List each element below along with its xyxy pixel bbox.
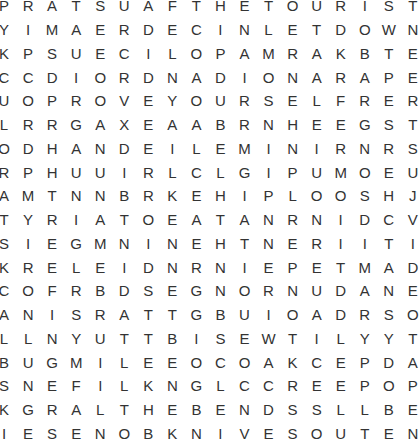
grid-cell[interactable]: N <box>88 184 112 208</box>
grid-cell[interactable]: E <box>16 422 40 443</box>
grid-cell[interactable]: V <box>232 422 256 443</box>
grid-cell[interactable]: D <box>112 279 136 303</box>
grid-cell[interactable]: L <box>88 398 112 422</box>
grid-cell[interactable]: P <box>281 255 305 279</box>
grid-cell[interactable]: D <box>136 18 160 42</box>
grid-cell[interactable]: R <box>353 89 377 113</box>
grid-cell[interactable]: C <box>208 350 232 374</box>
grid-cell[interactable]: E <box>184 184 208 208</box>
grid-cell[interactable]: P <box>0 0 16 18</box>
grid-cell[interactable]: B <box>184 398 208 422</box>
grid-cell[interactable]: D <box>40 65 64 89</box>
grid-cell[interactable]: T <box>112 327 136 351</box>
grid-cell[interactable]: G <box>64 113 88 137</box>
grid-cell[interactable]: R <box>305 232 329 256</box>
grid-cell[interactable]: P <box>353 350 377 374</box>
grid-cell[interactable]: N <box>401 422 419 443</box>
grid-cell[interactable]: J <box>401 184 419 208</box>
grid-cell[interactable]: U <box>305 0 329 18</box>
grid-cell[interactable]: L <box>16 327 40 351</box>
grid-cell[interactable]: A <box>353 279 377 303</box>
grid-cell[interactable]: O <box>401 303 419 327</box>
grid-cell[interactable]: T <box>208 208 232 232</box>
grid-cell[interactable]: T <box>64 0 88 18</box>
grid-cell[interactable]: T <box>281 327 305 351</box>
grid-cell[interactable]: A <box>401 350 419 374</box>
grid-cell[interactable]: I <box>257 160 281 184</box>
grid-cell[interactable]: A <box>184 113 208 137</box>
grid-cell[interactable]: C <box>232 374 256 398</box>
grid-cell[interactable]: E <box>305 374 329 398</box>
grid-cell[interactable]: S <box>64 303 88 327</box>
grid-cell[interactable]: S <box>208 327 232 351</box>
grid-cell[interactable]: P <box>257 184 281 208</box>
grid-cell[interactable]: P <box>208 42 232 66</box>
grid-cell[interactable]: L <box>112 350 136 374</box>
grid-cell[interactable]: N <box>353 137 377 161</box>
grid-cell[interactable]: N <box>16 303 40 327</box>
grid-cell[interactable]: A <box>232 42 256 66</box>
grid-cell[interactable]: I <box>112 160 136 184</box>
grid-cell[interactable]: M <box>40 18 64 42</box>
grid-cell[interactable]: N <box>40 327 64 351</box>
grid-cell[interactable]: I <box>232 255 256 279</box>
grid-cell[interactable]: L <box>112 374 136 398</box>
grid-cell[interactable]: M <box>232 137 256 161</box>
grid-cell[interactable]: L <box>184 137 208 161</box>
grid-cell[interactable]: O <box>16 279 40 303</box>
grid-cell[interactable]: E <box>208 137 232 161</box>
grid-cell[interactable]: B <box>136 422 160 443</box>
grid-cell[interactable]: H <box>40 160 64 184</box>
grid-cell[interactable]: A <box>136 0 160 18</box>
grid-cell[interactable]: I <box>0 422 16 443</box>
grid-cell[interactable]: E <box>377 89 401 113</box>
grid-cell[interactable]: T <box>401 327 419 351</box>
grid-cell[interactable]: U <box>112 0 136 18</box>
grid-cell[interactable]: R <box>88 303 112 327</box>
grid-cell[interactable]: E <box>401 398 419 422</box>
grid-cell[interactable]: A <box>160 113 184 137</box>
grid-cell[interactable]: S <box>377 0 401 18</box>
grid-cell[interactable]: T <box>305 18 329 42</box>
grid-cell[interactable]: U <box>208 89 232 113</box>
grid-cell[interactable]: O <box>257 65 281 89</box>
grid-cell[interactable]: P <box>16 42 40 66</box>
grid-cell[interactable]: O <box>281 0 305 18</box>
grid-cell[interactable]: V <box>112 89 136 113</box>
grid-cell[interactable]: U <box>64 160 88 184</box>
grid-cell[interactable]: P <box>40 89 64 113</box>
grid-cell[interactable]: N <box>305 208 329 232</box>
grid-cell[interactable]: R <box>136 184 160 208</box>
grid-cell[interactable]: A <box>257 350 281 374</box>
grid-cell[interactable]: A <box>305 303 329 327</box>
grid-cell[interactable]: Y <box>353 327 377 351</box>
grid-cell[interactable]: N <box>281 279 305 303</box>
grid-cell[interactable]: I <box>401 232 419 256</box>
grid-cell[interactable]: U <box>0 89 16 113</box>
grid-cell[interactable]: K <box>329 42 353 66</box>
grid-cell[interactable]: I <box>353 232 377 256</box>
grid-cell[interactable]: G <box>353 113 377 137</box>
grid-cell[interactable]: B <box>353 42 377 66</box>
grid-cell[interactable]: S <box>281 422 305 443</box>
grid-cell[interactable]: M <box>16 184 40 208</box>
grid-cell[interactable]: N <box>88 137 112 161</box>
grid-cell[interactable]: D <box>329 279 353 303</box>
grid-cell[interactable]: S <box>401 137 419 161</box>
grid-cell[interactable]: P <box>16 160 40 184</box>
grid-cell[interactable]: U <box>16 350 40 374</box>
grid-cell[interactable]: A <box>88 113 112 137</box>
grid-cell[interactable]: R <box>16 113 40 137</box>
grid-cell[interactable]: A <box>112 303 136 327</box>
grid-cell[interactable]: N <box>257 113 281 137</box>
grid-cell[interactable]: L <box>353 398 377 422</box>
grid-cell[interactable]: K <box>160 422 184 443</box>
grid-cell[interactable]: O <box>232 279 256 303</box>
grid-cell[interactable]: E <box>64 422 88 443</box>
grid-cell[interactable]: R <box>401 89 419 113</box>
grid-cell[interactable]: E <box>88 255 112 279</box>
grid-cell[interactable]: I <box>88 374 112 398</box>
grid-cell[interactable]: O <box>281 303 305 327</box>
grid-cell[interactable]: U <box>401 160 419 184</box>
grid-cell[interactable]: O <box>232 350 256 374</box>
grid-cell[interactable]: E <box>257 255 281 279</box>
grid-cell[interactable]: R <box>329 0 353 18</box>
grid-cell[interactable]: L <box>305 89 329 113</box>
grid-cell[interactable]: I <box>305 327 329 351</box>
grid-cell[interactable]: C <box>16 65 40 89</box>
grid-cell[interactable]: S <box>377 113 401 137</box>
grid-cell[interactable]: N <box>281 65 305 89</box>
grid-cell[interactable]: H <box>40 137 64 161</box>
grid-cell[interactable]: U <box>305 279 329 303</box>
grid-cell[interactable]: O <box>112 422 136 443</box>
grid-cell[interactable]: E <box>136 350 160 374</box>
grid-cell[interactable]: R <box>353 303 377 327</box>
grid-cell[interactable]: E <box>329 374 353 398</box>
grid-cell[interactable]: E <box>329 113 353 137</box>
grid-cell[interactable]: R <box>16 0 40 18</box>
grid-cell[interactable]: I <box>136 42 160 66</box>
grid-cell[interactable]: A <box>0 303 16 327</box>
grid-cell[interactable]: R <box>281 374 305 398</box>
grid-cell[interactable]: I <box>88 350 112 374</box>
grid-cell[interactable]: B <box>112 184 136 208</box>
grid-cell[interactable]: P <box>377 65 401 89</box>
grid-cell[interactable]: M <box>329 160 353 184</box>
grid-cell[interactable]: L <box>257 18 281 42</box>
grid-cell[interactable]: A <box>305 42 329 66</box>
grid-cell[interactable]: E <box>305 255 329 279</box>
grid-cell[interactable]: I <box>329 208 353 232</box>
grid-cell[interactable]: O <box>0 137 16 161</box>
grid-cell[interactable]: D <box>112 137 136 161</box>
grid-cell[interactable]: S <box>257 89 281 113</box>
grid-cell[interactable]: E <box>232 327 256 351</box>
grid-cell[interactable]: I <box>16 232 40 256</box>
grid-cell[interactable]: R <box>281 42 305 66</box>
grid-cell[interactable]: Y <box>160 89 184 113</box>
grid-cell[interactable]: W <box>257 327 281 351</box>
grid-cell[interactable]: C <box>305 350 329 374</box>
grid-cell[interactable]: O <box>377 374 401 398</box>
grid-cell[interactable]: R <box>40 398 64 422</box>
grid-cell[interactable]: E <box>281 232 305 256</box>
grid-cell[interactable]: L <box>329 327 353 351</box>
grid-cell[interactable]: S <box>305 398 329 422</box>
grid-cell[interactable]: B <box>160 327 184 351</box>
grid-cell[interactable]: B <box>0 350 16 374</box>
grid-cell[interactable]: A <box>184 65 208 89</box>
grid-cell[interactable]: L <box>329 398 353 422</box>
grid-cell[interactable]: D <box>208 65 232 89</box>
grid-cell[interactable]: S <box>40 422 64 443</box>
grid-cell[interactable]: O <box>305 422 329 443</box>
grid-cell[interactable]: B <box>377 398 401 422</box>
grid-cell[interactable]: I <box>40 303 64 327</box>
grid-cell[interactable]: E <box>136 113 160 137</box>
grid-cell[interactable]: A <box>64 18 88 42</box>
grid-cell[interactable]: S <box>0 232 16 256</box>
grid-cell[interactable]: T <box>257 0 281 18</box>
grid-cell[interactable]: E <box>40 255 64 279</box>
grid-cell[interactable]: R <box>16 255 40 279</box>
grid-cell[interactable]: B <box>88 279 112 303</box>
grid-cell[interactable]: E <box>329 350 353 374</box>
grid-cell[interactable]: S <box>377 303 401 327</box>
grid-cell[interactable]: A <box>88 208 112 232</box>
grid-cell[interactable]: Y <box>0 18 16 42</box>
grid-cell[interactable]: N <box>160 65 184 89</box>
grid-cell[interactable]: R <box>112 18 136 42</box>
grid-cell[interactable]: O <box>305 184 329 208</box>
grid-cell[interactable]: E <box>88 42 112 66</box>
grid-cell[interactable]: T <box>160 303 184 327</box>
grid-cell[interactable]: L <box>0 327 16 351</box>
grid-cell[interactable]: E <box>281 89 305 113</box>
grid-cell[interactable]: E <box>160 398 184 422</box>
grid-cell[interactable]: I <box>257 303 281 327</box>
grid-cell[interactable]: E <box>136 89 160 113</box>
grid-cell[interactable]: H <box>136 398 160 422</box>
grid-cell[interactable]: K <box>136 374 160 398</box>
grid-cell[interactable]: F <box>40 279 64 303</box>
grid-cell[interactable]: A <box>40 0 64 18</box>
grid-cell[interactable]: S <box>353 184 377 208</box>
grid-cell[interactable]: D <box>377 350 401 374</box>
grid-cell[interactable]: T <box>136 327 160 351</box>
grid-cell[interactable]: B <box>208 303 232 327</box>
grid-cell[interactable]: N <box>160 255 184 279</box>
grid-cell[interactable]: R <box>136 160 160 184</box>
grid-cell[interactable]: R <box>184 255 208 279</box>
grid-cell[interactable]: A <box>184 208 208 232</box>
grid-cell[interactable]: N <box>184 422 208 443</box>
grid-cell[interactable]: T <box>329 255 353 279</box>
grid-cell[interactable]: E <box>401 279 419 303</box>
grid-cell[interactable]: E <box>401 42 419 66</box>
grid-cell[interactable]: R <box>329 65 353 89</box>
grid-cell[interactable]: K <box>0 398 16 422</box>
grid-cell[interactable]: H <box>281 113 305 137</box>
grid-cell[interactable]: N <box>257 232 281 256</box>
grid-cell[interactable]: O <box>353 18 377 42</box>
grid-cell[interactable]: K <box>0 42 16 66</box>
grid-cell[interactable]: E <box>305 113 329 137</box>
grid-cell[interactable]: P <box>353 374 377 398</box>
grid-cell[interactable]: R <box>40 208 64 232</box>
grid-cell[interactable]: I <box>232 184 256 208</box>
grid-cell[interactable]: X <box>112 113 136 137</box>
grid-cell[interactable]: E <box>88 18 112 42</box>
grid-cell[interactable]: R <box>377 137 401 161</box>
grid-cell[interactable]: N <box>232 398 256 422</box>
grid-cell[interactable]: D <box>329 18 353 42</box>
grid-cell[interactable]: L <box>0 113 16 137</box>
grid-cell[interactable]: E <box>401 65 419 89</box>
grid-cell[interactable]: D <box>16 137 40 161</box>
grid-cell[interactable]: T <box>377 42 401 66</box>
grid-cell[interactable]: M <box>353 255 377 279</box>
grid-cell[interactable]: B <box>208 113 232 137</box>
grid-cell[interactable]: D <box>329 303 353 327</box>
grid-cell[interactable]: O <box>184 42 208 66</box>
grid-cell[interactable]: R <box>329 137 353 161</box>
grid-cell[interactable]: E <box>377 160 401 184</box>
grid-cell[interactable]: E <box>160 208 184 232</box>
grid-cell[interactable]: A <box>353 65 377 89</box>
grid-cell[interactable]: I <box>160 137 184 161</box>
grid-cell[interactable]: I <box>329 232 353 256</box>
grid-cell[interactable]: G <box>184 279 208 303</box>
grid-cell[interactable]: R <box>281 208 305 232</box>
grid-cell[interactable]: M <box>88 232 112 256</box>
grid-cell[interactable]: C <box>112 42 136 66</box>
grid-cell[interactable]: C <box>257 374 281 398</box>
grid-cell[interactable]: E <box>281 18 305 42</box>
grid-cell[interactable]: U <box>88 327 112 351</box>
grid-cell[interactable]: C <box>377 208 401 232</box>
grid-cell[interactable]: G <box>184 303 208 327</box>
grid-cell[interactable]: A <box>0 184 16 208</box>
grid-cell[interactable]: N <box>401 18 419 42</box>
grid-cell[interactable]: T <box>184 0 208 18</box>
grid-cell[interactable]: G <box>64 232 88 256</box>
grid-cell[interactable]: T <box>112 398 136 422</box>
grid-cell[interactable]: Y <box>377 327 401 351</box>
grid-cell[interactable]: E <box>160 18 184 42</box>
grid-cell[interactable]: A <box>64 398 88 422</box>
grid-cell[interactable]: E <box>377 422 401 443</box>
grid-cell[interactable]: C <box>184 18 208 42</box>
grid-cell[interactable]: L <box>64 255 88 279</box>
grid-cell[interactable]: R <box>0 160 16 184</box>
grid-cell[interactable]: I <box>257 137 281 161</box>
grid-cell[interactable]: D <box>136 255 160 279</box>
grid-cell[interactable]: S <box>88 0 112 18</box>
grid-cell[interactable]: K <box>160 184 184 208</box>
grid-cell[interactable]: N <box>208 279 232 303</box>
grid-cell[interactable]: R <box>232 89 256 113</box>
grid-cell[interactable]: K <box>281 350 305 374</box>
grid-cell[interactable]: M <box>64 350 88 374</box>
grid-cell[interactable]: T <box>377 232 401 256</box>
grid-cell[interactable]: S <box>0 374 16 398</box>
grid-cell[interactable]: I <box>64 208 88 232</box>
grid-cell[interactable]: N <box>64 184 88 208</box>
grid-cell[interactable]: G <box>232 160 256 184</box>
grid-cell[interactable]: U <box>329 422 353 443</box>
grid-cell[interactable]: N <box>16 374 40 398</box>
grid-cell[interactable]: U <box>64 42 88 66</box>
grid-cell[interactable]: T <box>401 0 419 18</box>
grid-cell[interactable]: O <box>136 208 160 232</box>
grid-cell[interactable]: I <box>208 422 232 443</box>
grid-cell[interactable]: G <box>184 374 208 398</box>
grid-cell[interactable]: H <box>208 232 232 256</box>
grid-cell[interactable]: N <box>257 208 281 232</box>
grid-cell[interactable]: A <box>64 137 88 161</box>
grid-cell[interactable]: L <box>281 184 305 208</box>
grid-cell[interactable]: A <box>305 65 329 89</box>
grid-cell[interactable]: E <box>160 350 184 374</box>
grid-cell[interactable]: Y <box>64 327 88 351</box>
grid-cell[interactable]: P <box>281 160 305 184</box>
grid-cell[interactable]: F <box>160 0 184 18</box>
grid-cell[interactable]: N <box>160 374 184 398</box>
grid-cell[interactable]: T <box>0 208 16 232</box>
grid-cell[interactable]: H <box>377 184 401 208</box>
grid-cell[interactable]: O <box>16 89 40 113</box>
grid-cell[interactable]: O <box>184 350 208 374</box>
grid-cell[interactable]: S <box>40 42 64 66</box>
grid-cell[interactable]: N <box>232 18 256 42</box>
grid-cell[interactable]: O <box>88 65 112 89</box>
grid-cell[interactable]: R <box>232 113 256 137</box>
grid-cell[interactable]: N <box>208 255 232 279</box>
grid-cell[interactable]: T <box>136 303 160 327</box>
grid-cell[interactable]: N <box>88 422 112 443</box>
grid-cell[interactable]: O <box>184 89 208 113</box>
grid-cell[interactable]: P <box>401 374 419 398</box>
grid-cell[interactable]: E <box>160 279 184 303</box>
grid-cell[interactable]: E <box>257 422 281 443</box>
grid-cell[interactable]: A <box>232 208 256 232</box>
grid-cell[interactable]: T <box>112 208 136 232</box>
grid-cell[interactable]: G <box>16 398 40 422</box>
grid-cell[interactable]: I <box>16 18 40 42</box>
grid-cell[interactable]: H <box>208 184 232 208</box>
grid-cell[interactable]: N <box>281 137 305 161</box>
grid-cell[interactable]: K <box>0 255 16 279</box>
grid-cell[interactable]: H <box>208 0 232 18</box>
grid-cell[interactable]: T <box>401 113 419 137</box>
grid-cell[interactable]: C <box>0 65 16 89</box>
grid-cell[interactable]: O <box>88 89 112 113</box>
grid-cell[interactable]: S <box>281 398 305 422</box>
grid-cell[interactable]: I <box>64 65 88 89</box>
grid-cell[interactable]: U <box>232 303 256 327</box>
grid-cell[interactable]: S <box>136 279 160 303</box>
grid-cell[interactable]: R <box>64 89 88 113</box>
grid-cell[interactable]: D <box>353 208 377 232</box>
grid-cell[interactable]: E <box>184 232 208 256</box>
grid-cell[interactable]: V <box>401 208 419 232</box>
